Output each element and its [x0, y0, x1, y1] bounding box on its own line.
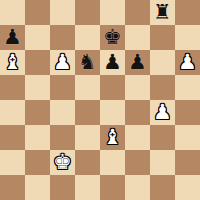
square-d2[interactable] [75, 150, 100, 175]
square-b5[interactable] [25, 75, 50, 100]
square-f5[interactable] [125, 75, 150, 100]
white-pawn: ♟ [153, 100, 172, 125]
black-rook: ♜ [153, 0, 172, 25]
square-g2[interactable] [150, 150, 175, 175]
square-d7[interactable] [75, 25, 100, 50]
square-g4[interactable]: ♟ [150, 100, 175, 125]
square-c5[interactable] [50, 75, 75, 100]
square-c6[interactable]: ♟ [50, 50, 75, 75]
square-f7[interactable] [125, 25, 150, 50]
square-b4[interactable] [25, 100, 50, 125]
square-h7[interactable] [175, 25, 200, 50]
square-e7[interactable]: ♚ [100, 25, 125, 50]
square-d1[interactable] [75, 175, 100, 200]
black-king: ♚ [103, 25, 122, 50]
square-f2[interactable] [125, 150, 150, 175]
square-a6[interactable]: ♝ [0, 50, 25, 75]
square-d4[interactable] [75, 100, 100, 125]
chess-board-container: ♜♟♚♝♟♞♟♟♟♟♝♚ [0, 0, 200, 200]
square-b8[interactable] [25, 0, 50, 25]
square-a8[interactable] [0, 0, 25, 25]
square-b2[interactable] [25, 150, 50, 175]
square-e2[interactable] [100, 150, 125, 175]
black-knight: ♞ [78, 50, 97, 75]
square-c4[interactable] [50, 100, 75, 125]
square-g5[interactable] [150, 75, 175, 100]
square-g3[interactable] [150, 125, 175, 150]
black-pawn: ♟ [128, 50, 147, 75]
white-king: ♚ [53, 150, 72, 175]
square-g7[interactable] [150, 25, 175, 50]
square-e1[interactable] [100, 175, 125, 200]
square-h1[interactable] [175, 175, 200, 200]
square-a2[interactable] [0, 150, 25, 175]
square-e6[interactable]: ♟ [100, 50, 125, 75]
square-b7[interactable] [25, 25, 50, 50]
square-d6[interactable]: ♞ [75, 50, 100, 75]
square-f1[interactable] [125, 175, 150, 200]
square-d3[interactable] [75, 125, 100, 150]
white-bishop: ♝ [103, 125, 122, 150]
square-h8[interactable] [175, 0, 200, 25]
black-pawn: ♟ [103, 50, 122, 75]
square-g8[interactable]: ♜ [150, 0, 175, 25]
square-g6[interactable] [150, 50, 175, 75]
square-e3[interactable]: ♝ [100, 125, 125, 150]
square-d5[interactable] [75, 75, 100, 100]
square-f6[interactable]: ♟ [125, 50, 150, 75]
chess-board: ♜♟♚♝♟♞♟♟♟♟♝♚ [0, 0, 200, 200]
black-pawn: ♟ [3, 25, 22, 50]
square-e4[interactable] [100, 100, 125, 125]
white-bishop: ♝ [3, 50, 22, 75]
square-c3[interactable] [50, 125, 75, 150]
square-f3[interactable] [125, 125, 150, 150]
square-a7[interactable]: ♟ [0, 25, 25, 50]
square-e5[interactable] [100, 75, 125, 100]
square-a5[interactable] [0, 75, 25, 100]
square-a3[interactable] [0, 125, 25, 150]
white-pawn: ♟ [178, 50, 197, 75]
square-c2[interactable]: ♚ [50, 150, 75, 175]
square-f8[interactable] [125, 0, 150, 25]
square-h5[interactable] [175, 75, 200, 100]
square-b1[interactable] [25, 175, 50, 200]
square-e8[interactable] [100, 0, 125, 25]
square-h2[interactable] [175, 150, 200, 175]
square-c7[interactable] [50, 25, 75, 50]
white-pawn: ♟ [53, 50, 72, 75]
square-c1[interactable] [50, 175, 75, 200]
square-d8[interactable] [75, 0, 100, 25]
square-g1[interactable] [150, 175, 175, 200]
square-h6[interactable]: ♟ [175, 50, 200, 75]
square-f4[interactable] [125, 100, 150, 125]
square-h4[interactable] [175, 100, 200, 125]
square-a4[interactable] [0, 100, 25, 125]
square-b3[interactable] [25, 125, 50, 150]
square-a1[interactable] [0, 175, 25, 200]
square-b6[interactable] [25, 50, 50, 75]
square-h3[interactable] [175, 125, 200, 150]
square-c8[interactable] [50, 0, 75, 25]
